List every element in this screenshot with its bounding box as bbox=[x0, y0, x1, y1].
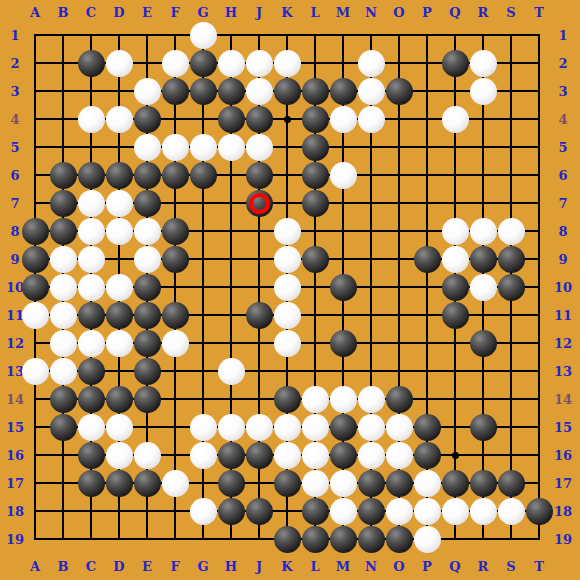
white-stone bbox=[78, 274, 105, 301]
black-stone bbox=[218, 442, 245, 469]
column-label-bottom: T bbox=[534, 560, 544, 573]
column-label-top: M bbox=[336, 6, 350, 19]
row-label-right: 6 bbox=[558, 169, 567, 182]
white-stone bbox=[470, 274, 497, 301]
black-stone bbox=[134, 386, 161, 413]
white-stone bbox=[358, 442, 385, 469]
white-stone bbox=[274, 414, 301, 441]
black-stone bbox=[134, 330, 161, 357]
column-label-top: Q bbox=[449, 6, 460, 19]
column-label-bottom: H bbox=[225, 560, 237, 573]
white-stone bbox=[50, 330, 77, 357]
black-stone bbox=[470, 414, 497, 441]
white-stone bbox=[498, 498, 525, 525]
black-stone bbox=[302, 498, 329, 525]
white-stone bbox=[106, 218, 133, 245]
row-label-right: 3 bbox=[558, 85, 567, 98]
black-stone bbox=[134, 106, 161, 133]
white-stone bbox=[246, 78, 273, 105]
white-stone bbox=[470, 218, 497, 245]
white-stone bbox=[246, 414, 273, 441]
black-stone bbox=[274, 386, 301, 413]
row-label-left: 15 bbox=[6, 421, 24, 434]
black-stone bbox=[470, 330, 497, 357]
column-label-bottom: Q bbox=[449, 560, 460, 573]
white-stone bbox=[274, 246, 301, 273]
black-stone bbox=[498, 274, 525, 301]
black-stone bbox=[50, 386, 77, 413]
row-label-right: 16 bbox=[554, 449, 572, 462]
black-stone bbox=[442, 302, 469, 329]
white-stone bbox=[190, 134, 217, 161]
black-stone bbox=[134, 470, 161, 497]
black-stone bbox=[106, 470, 133, 497]
column-label-top: D bbox=[113, 6, 124, 19]
black-stone bbox=[162, 162, 189, 189]
white-stone bbox=[330, 106, 357, 133]
white-stone bbox=[274, 274, 301, 301]
black-stone bbox=[246, 162, 273, 189]
black-stone bbox=[330, 526, 357, 553]
column-label-top: C bbox=[86, 6, 96, 19]
white-stone bbox=[386, 414, 413, 441]
white-stone bbox=[218, 358, 245, 385]
white-stone bbox=[22, 302, 49, 329]
black-stone bbox=[414, 414, 441, 441]
black-stone bbox=[134, 162, 161, 189]
row-label-right: 11 bbox=[554, 309, 572, 322]
white-stone bbox=[302, 414, 329, 441]
column-label-top: H bbox=[225, 6, 237, 19]
white-stone bbox=[50, 358, 77, 385]
white-stone bbox=[190, 442, 217, 469]
column-label-top: E bbox=[142, 6, 152, 19]
black-stone bbox=[78, 442, 105, 469]
row-label-right: 17 bbox=[554, 477, 572, 490]
black-stone bbox=[330, 414, 357, 441]
white-stone bbox=[358, 50, 385, 77]
black-stone bbox=[162, 218, 189, 245]
black-stone bbox=[78, 162, 105, 189]
row-label-right: 14 bbox=[554, 393, 572, 406]
black-stone bbox=[358, 470, 385, 497]
column-label-bottom: G bbox=[197, 560, 208, 573]
star-point bbox=[452, 452, 459, 459]
column-label-top: R bbox=[478, 6, 489, 19]
white-stone bbox=[358, 106, 385, 133]
column-label-bottom: K bbox=[281, 560, 292, 573]
white-stone bbox=[106, 106, 133, 133]
black-stone bbox=[50, 218, 77, 245]
row-label-right: 18 bbox=[554, 505, 572, 518]
black-stone bbox=[274, 78, 301, 105]
black-stone bbox=[302, 162, 329, 189]
black-stone bbox=[330, 274, 357, 301]
white-stone bbox=[442, 218, 469, 245]
black-stone bbox=[134, 274, 161, 301]
white-stone bbox=[162, 134, 189, 161]
black-stone bbox=[386, 78, 413, 105]
black-stone bbox=[274, 470, 301, 497]
white-stone bbox=[50, 274, 77, 301]
white-stone bbox=[106, 330, 133, 357]
white-stone bbox=[414, 498, 441, 525]
black-stone bbox=[330, 330, 357, 357]
grid-line-vertical bbox=[538, 34, 540, 540]
black-stone bbox=[246, 302, 273, 329]
column-label-bottom: F bbox=[170, 560, 179, 573]
black-stone bbox=[386, 386, 413, 413]
black-stone bbox=[134, 190, 161, 217]
white-stone bbox=[190, 414, 217, 441]
white-stone bbox=[106, 442, 133, 469]
black-stone bbox=[358, 526, 385, 553]
black-stone bbox=[302, 246, 329, 273]
black-stone bbox=[330, 78, 357, 105]
white-stone bbox=[162, 330, 189, 357]
row-label-left: 3 bbox=[10, 85, 19, 98]
row-label-left: 1 bbox=[10, 29, 19, 42]
white-stone bbox=[330, 498, 357, 525]
black-stone bbox=[78, 358, 105, 385]
black-stone bbox=[78, 50, 105, 77]
white-stone bbox=[302, 442, 329, 469]
black-stone bbox=[106, 162, 133, 189]
black-stone bbox=[414, 442, 441, 469]
row-label-right: 2 bbox=[558, 57, 567, 70]
column-label-top: O bbox=[393, 6, 404, 19]
black-stone bbox=[330, 442, 357, 469]
black-stone bbox=[302, 526, 329, 553]
white-stone bbox=[330, 470, 357, 497]
row-label-right: 10 bbox=[554, 281, 572, 294]
white-stone bbox=[330, 162, 357, 189]
black-stone bbox=[162, 78, 189, 105]
white-stone bbox=[414, 526, 441, 553]
white-stone bbox=[330, 386, 357, 413]
white-stone bbox=[470, 50, 497, 77]
black-stone bbox=[22, 246, 49, 273]
white-stone bbox=[246, 50, 273, 77]
black-stone bbox=[470, 246, 497, 273]
column-label-top: P bbox=[422, 6, 432, 19]
white-stone bbox=[106, 274, 133, 301]
column-label-bottom: M bbox=[336, 560, 350, 573]
black-stone bbox=[498, 470, 525, 497]
black-stone bbox=[78, 386, 105, 413]
black-stone bbox=[106, 386, 133, 413]
column-label-top: B bbox=[58, 6, 69, 19]
white-stone bbox=[78, 330, 105, 357]
white-stone bbox=[274, 330, 301, 357]
black-stone bbox=[302, 78, 329, 105]
white-stone bbox=[442, 246, 469, 273]
column-label-bottom: R bbox=[478, 560, 489, 573]
white-stone bbox=[386, 498, 413, 525]
white-stone bbox=[274, 442, 301, 469]
black-stone bbox=[526, 498, 553, 525]
column-label-top: F bbox=[170, 6, 179, 19]
column-label-bottom: D bbox=[113, 560, 124, 573]
white-stone bbox=[302, 386, 329, 413]
row-label-left: 17 bbox=[6, 477, 24, 490]
black-stone bbox=[470, 470, 497, 497]
column-label-top: K bbox=[281, 6, 292, 19]
row-label-left: 14 bbox=[6, 393, 24, 406]
row-label-right: 4 bbox=[558, 113, 567, 126]
white-stone bbox=[106, 50, 133, 77]
black-stone bbox=[50, 414, 77, 441]
white-stone bbox=[162, 50, 189, 77]
column-label-bottom: L bbox=[310, 560, 319, 573]
column-label-bottom: O bbox=[393, 560, 404, 573]
white-stone bbox=[218, 414, 245, 441]
row-label-left: 4 bbox=[10, 113, 19, 126]
black-stone bbox=[106, 302, 133, 329]
column-label-bottom: P bbox=[422, 560, 432, 573]
row-label-right: 9 bbox=[558, 253, 567, 266]
column-label-top: G bbox=[197, 6, 208, 19]
black-stone bbox=[246, 498, 273, 525]
row-label-left: 8 bbox=[10, 225, 19, 238]
black-stone bbox=[190, 50, 217, 77]
black-stone bbox=[22, 218, 49, 245]
row-label-left: 12 bbox=[6, 337, 24, 350]
black-stone bbox=[134, 358, 161, 385]
black-stone bbox=[442, 470, 469, 497]
column-label-bottom: J bbox=[256, 560, 262, 573]
black-stone bbox=[22, 274, 49, 301]
white-stone bbox=[78, 414, 105, 441]
white-stone bbox=[218, 134, 245, 161]
last-move-marker bbox=[249, 193, 270, 214]
white-stone bbox=[386, 442, 413, 469]
row-label-right: 19 bbox=[554, 533, 572, 546]
column-label-top: J bbox=[256, 6, 262, 19]
white-stone bbox=[50, 246, 77, 273]
white-stone bbox=[358, 386, 385, 413]
column-label-top: L bbox=[310, 6, 319, 19]
white-stone bbox=[358, 78, 385, 105]
row-label-right: 5 bbox=[558, 141, 567, 154]
row-label-left: 5 bbox=[10, 141, 19, 154]
grid-line-horizontal bbox=[34, 370, 540, 372]
black-stone bbox=[358, 498, 385, 525]
column-label-bottom: C bbox=[86, 560, 96, 573]
black-stone bbox=[414, 246, 441, 273]
black-stone bbox=[218, 106, 245, 133]
black-stone bbox=[498, 246, 525, 273]
white-stone bbox=[78, 190, 105, 217]
black-stone bbox=[442, 274, 469, 301]
white-stone bbox=[246, 134, 273, 161]
white-stone bbox=[134, 442, 161, 469]
white-stone bbox=[470, 498, 497, 525]
white-stone bbox=[274, 302, 301, 329]
column-label-bottom: N bbox=[365, 560, 377, 573]
go-board[interactable]: AABBCCDDEEFFGGHHJJKKLLMMNNOOPPQQRRSSTT11… bbox=[0, 0, 580, 580]
black-stone bbox=[302, 190, 329, 217]
column-label-top: N bbox=[365, 6, 377, 19]
black-stone bbox=[78, 470, 105, 497]
column-label-bottom: A bbox=[30, 560, 40, 573]
white-stone bbox=[134, 246, 161, 273]
black-stone bbox=[190, 162, 217, 189]
black-stone bbox=[50, 162, 77, 189]
star-point bbox=[284, 116, 291, 123]
white-stone bbox=[274, 218, 301, 245]
white-stone bbox=[50, 302, 77, 329]
row-label-right: 15 bbox=[554, 421, 572, 434]
black-stone bbox=[246, 442, 273, 469]
black-stone bbox=[190, 78, 217, 105]
column-label-bottom: S bbox=[506, 560, 515, 573]
white-stone bbox=[162, 470, 189, 497]
white-stone bbox=[358, 414, 385, 441]
column-label-top: T bbox=[534, 6, 544, 19]
white-stone bbox=[106, 414, 133, 441]
black-stone bbox=[218, 78, 245, 105]
white-stone bbox=[106, 190, 133, 217]
row-label-left: 16 bbox=[6, 449, 24, 462]
black-stone bbox=[218, 470, 245, 497]
white-stone bbox=[134, 218, 161, 245]
row-label-left: 6 bbox=[10, 169, 19, 182]
white-stone bbox=[78, 106, 105, 133]
black-stone bbox=[162, 302, 189, 329]
white-stone bbox=[442, 106, 469, 133]
row-label-left: 18 bbox=[6, 505, 24, 518]
black-stone bbox=[134, 302, 161, 329]
white-stone bbox=[134, 78, 161, 105]
black-stone bbox=[386, 470, 413, 497]
white-stone bbox=[22, 358, 49, 385]
white-stone bbox=[274, 50, 301, 77]
row-label-right: 12 bbox=[554, 337, 572, 350]
black-stone bbox=[442, 50, 469, 77]
white-stone bbox=[78, 246, 105, 273]
row-label-left: 2 bbox=[10, 57, 19, 70]
row-label-right: 13 bbox=[554, 365, 572, 378]
white-stone bbox=[134, 134, 161, 161]
white-stone bbox=[302, 470, 329, 497]
row-label-left: 9 bbox=[10, 253, 19, 266]
black-stone bbox=[302, 106, 329, 133]
black-stone bbox=[302, 134, 329, 161]
white-stone bbox=[442, 498, 469, 525]
column-label-bottom: E bbox=[142, 560, 152, 573]
white-stone bbox=[414, 470, 441, 497]
white-stone bbox=[190, 498, 217, 525]
row-label-left: 19 bbox=[6, 533, 24, 546]
white-stone bbox=[78, 218, 105, 245]
black-stone bbox=[386, 526, 413, 553]
row-label-right: 7 bbox=[558, 197, 567, 210]
white-stone bbox=[498, 218, 525, 245]
black-stone bbox=[218, 498, 245, 525]
black-stone bbox=[162, 246, 189, 273]
row-label-left: 7 bbox=[10, 197, 19, 210]
row-label-right: 1 bbox=[558, 29, 567, 42]
column-label-bottom: B bbox=[58, 560, 69, 573]
black-stone bbox=[50, 190, 77, 217]
white-stone bbox=[218, 50, 245, 77]
column-label-top: S bbox=[506, 6, 515, 19]
black-stone bbox=[246, 106, 273, 133]
white-stone bbox=[470, 78, 497, 105]
black-stone bbox=[274, 526, 301, 553]
white-stone bbox=[190, 22, 217, 49]
row-label-right: 8 bbox=[558, 225, 567, 238]
black-stone bbox=[78, 302, 105, 329]
column-label-top: A bbox=[30, 6, 40, 19]
